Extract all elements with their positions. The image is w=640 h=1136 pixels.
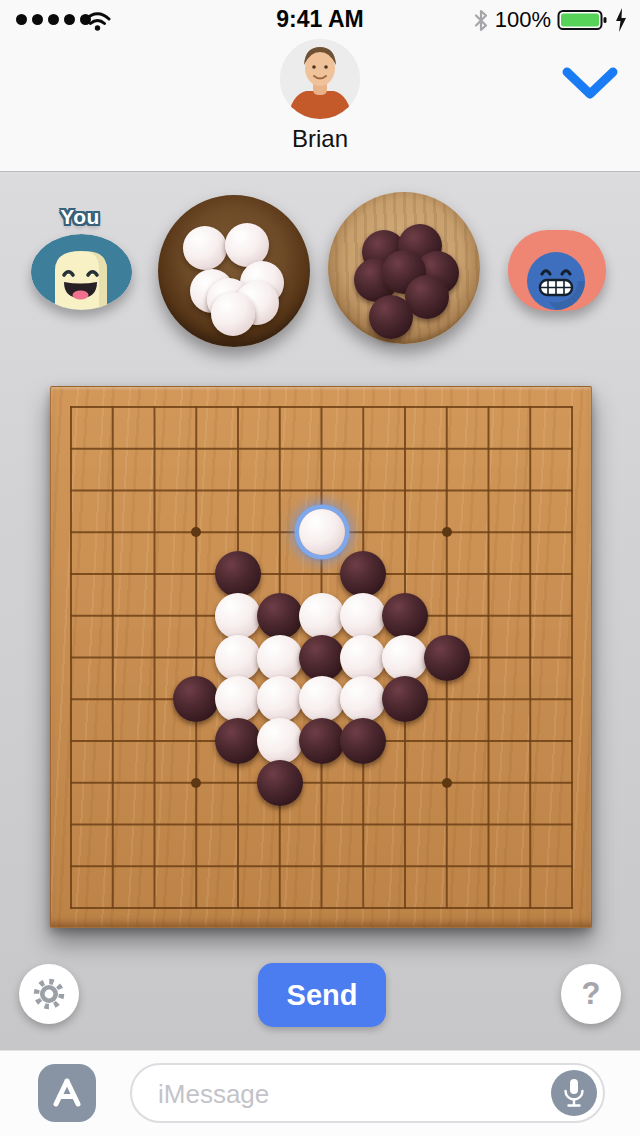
contact-avatar[interactable] bbox=[280, 39, 360, 119]
collapse-chevron-icon[interactable] bbox=[561, 66, 619, 104]
black-stone bbox=[382, 593, 428, 639]
white-stone bbox=[340, 593, 386, 639]
microphone-icon bbox=[562, 1078, 586, 1108]
imessage-go-game-screen: 9:41 AM 100% bbox=[0, 0, 640, 1136]
black-stone bbox=[299, 718, 345, 764]
help-button[interactable]: ? bbox=[561, 964, 621, 1024]
white-stone bbox=[299, 593, 345, 639]
black-stone bbox=[299, 635, 345, 681]
go-board[interactable] bbox=[50, 386, 592, 928]
status-bar: 9:41 AM 100% bbox=[0, 0, 640, 40]
white-stone bbox=[257, 718, 303, 764]
black-stone bbox=[382, 676, 428, 722]
black-stone bbox=[257, 593, 303, 639]
white-stone bbox=[215, 593, 261, 639]
star-point bbox=[442, 527, 452, 537]
player-opponent-avatar bbox=[508, 230, 606, 311]
white-bowl-stone bbox=[183, 226, 227, 270]
white-stone bbox=[299, 676, 345, 722]
message-field[interactable] bbox=[130, 1063, 605, 1123]
white-stone bbox=[382, 635, 428, 681]
white-stone bbox=[340, 635, 386, 681]
black-stone bbox=[340, 718, 386, 764]
gear-icon bbox=[31, 976, 67, 1012]
bluetooth-icon bbox=[473, 8, 489, 33]
message-input[interactable] bbox=[156, 1065, 540, 1123]
star-point bbox=[191, 778, 201, 788]
charging-bolt-icon bbox=[614, 7, 628, 33]
send-button[interactable]: Send bbox=[258, 963, 386, 1027]
black-stone-bowl bbox=[328, 192, 480, 344]
go-board-grid[interactable] bbox=[70, 406, 573, 909]
game-area: You bbox=[0, 172, 640, 1050]
you-label: You bbox=[30, 205, 130, 229]
black-bowl-stone bbox=[369, 295, 413, 339]
white-stone-last-move bbox=[299, 509, 345, 555]
black-stone bbox=[257, 760, 303, 806]
black-stone bbox=[340, 551, 386, 597]
black-stone bbox=[424, 635, 470, 681]
appstore-a-icon bbox=[47, 1073, 87, 1113]
black-stone bbox=[215, 551, 261, 597]
battery-icon bbox=[557, 7, 608, 33]
white-stone bbox=[215, 676, 261, 722]
black-stone bbox=[215, 718, 261, 764]
white-stone bbox=[257, 676, 303, 722]
white-stone bbox=[340, 676, 386, 722]
player-you-avatar bbox=[31, 234, 132, 310]
black-stone bbox=[173, 676, 219, 722]
contact-name: Brian bbox=[0, 125, 640, 153]
dictation-button[interactable] bbox=[551, 1070, 597, 1116]
imessage-appstore-button[interactable] bbox=[38, 1064, 96, 1122]
settings-button[interactable] bbox=[19, 964, 79, 1024]
compose-bar bbox=[0, 1050, 640, 1136]
white-stone bbox=[215, 635, 261, 681]
battery-percent: 100% bbox=[495, 7, 551, 33]
status-right-cluster: 100% bbox=[473, 5, 628, 35]
star-point bbox=[191, 527, 201, 537]
white-bowl-stone bbox=[211, 292, 255, 336]
white-stone-bowl bbox=[158, 195, 310, 347]
white-stone bbox=[257, 635, 303, 681]
top-chrome: 9:41 AM 100% bbox=[0, 0, 640, 172]
star-point bbox=[442, 778, 452, 788]
